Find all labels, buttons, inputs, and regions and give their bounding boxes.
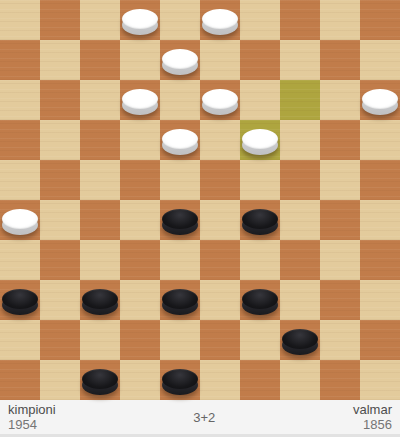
square-9-4[interactable] (160, 360, 200, 400)
square-5-6[interactable] (240, 200, 280, 240)
square-3-8[interactable] (320, 120, 360, 160)
board (0, 0, 400, 400)
square-2-0[interactable] (0, 80, 40, 120)
square-8-3[interactable] (120, 320, 160, 360)
white-man[interactable] (362, 89, 398, 109)
square-0-6[interactable] (240, 0, 280, 40)
square-6-0[interactable] (0, 240, 40, 280)
square-0-7[interactable] (280, 0, 320, 40)
footer-bar: kimpioni 1954 3+2 valmar 1856 (0, 400, 400, 437)
black-man[interactable] (242, 289, 278, 309)
square-4-9[interactable] (360, 160, 400, 200)
square-7-8[interactable] (320, 280, 360, 320)
square-2-6[interactable] (240, 80, 280, 120)
white-man[interactable] (202, 89, 238, 109)
square-1-5[interactable] (200, 40, 240, 80)
player-left-rating: 1954 (8, 417, 56, 432)
white-man[interactable] (122, 89, 158, 109)
square-7-0[interactable] (0, 280, 40, 320)
white-man[interactable] (122, 9, 158, 29)
square-3-2[interactable] (80, 120, 120, 160)
square-9-5[interactable] (200, 360, 240, 400)
square-7-2[interactable] (80, 280, 120, 320)
square-7-1[interactable] (40, 280, 80, 320)
square-9-7[interactable] (280, 360, 320, 400)
square-5-9[interactable] (360, 200, 400, 240)
square-5-0[interactable] (0, 200, 40, 240)
square-4-0[interactable] (0, 160, 40, 200)
white-man[interactable] (242, 129, 278, 149)
square-2-9[interactable] (360, 80, 400, 120)
player-right-name: valmar (353, 402, 392, 417)
square-8-5[interactable] (200, 320, 240, 360)
square-2-4[interactable] (160, 80, 200, 120)
black-man[interactable] (2, 289, 38, 309)
square-0-5[interactable] (200, 0, 240, 40)
square-1-7[interactable] (280, 40, 320, 80)
square-8-0[interactable] (0, 320, 40, 360)
square-4-6[interactable] (240, 160, 280, 200)
square-2-7[interactable] (280, 80, 320, 120)
square-8-1[interactable] (40, 320, 80, 360)
square-1-1[interactable] (40, 40, 80, 80)
square-3-7[interactable] (280, 120, 320, 160)
square-1-4[interactable] (160, 40, 200, 80)
square-5-2[interactable] (80, 200, 120, 240)
square-8-9[interactable] (360, 320, 400, 360)
square-4-8[interactable] (320, 160, 360, 200)
square-1-8[interactable] (320, 40, 360, 80)
square-7-3[interactable] (120, 280, 160, 320)
square-9-6[interactable] (240, 360, 280, 400)
square-5-7[interactable] (280, 200, 320, 240)
square-6-8[interactable] (320, 240, 360, 280)
square-7-9[interactable] (360, 280, 400, 320)
square-8-6[interactable] (240, 320, 280, 360)
white-man[interactable] (2, 209, 38, 229)
square-2-3[interactable] (120, 80, 160, 120)
square-6-1[interactable] (40, 240, 80, 280)
square-0-0[interactable] (0, 0, 40, 40)
square-2-2[interactable] (80, 80, 120, 120)
square-6-7[interactable] (280, 240, 320, 280)
square-2-5[interactable] (200, 80, 240, 120)
square-6-9[interactable] (360, 240, 400, 280)
square-0-3[interactable] (120, 0, 160, 40)
square-8-7[interactable] (280, 320, 320, 360)
square-9-8[interactable] (320, 360, 360, 400)
square-3-5[interactable] (200, 120, 240, 160)
square-3-3[interactable] (120, 120, 160, 160)
square-1-9[interactable] (360, 40, 400, 80)
square-1-0[interactable] (0, 40, 40, 80)
square-3-4[interactable] (160, 120, 200, 160)
player-right: valmar 1856 (353, 402, 392, 432)
square-9-2[interactable] (80, 360, 120, 400)
square-3-9[interactable] (360, 120, 400, 160)
square-5-1[interactable] (40, 200, 80, 240)
square-5-4[interactable] (160, 200, 200, 240)
square-5-3[interactable] (120, 200, 160, 240)
black-man[interactable] (82, 289, 118, 309)
white-man[interactable] (162, 129, 198, 149)
time-control: 3+2 (193, 410, 215, 425)
square-0-2[interactable] (80, 0, 120, 40)
square-6-2[interactable] (80, 240, 120, 280)
square-4-2[interactable] (80, 160, 120, 200)
black-man[interactable] (162, 289, 198, 309)
square-1-6[interactable] (240, 40, 280, 80)
square-0-4[interactable] (160, 0, 200, 40)
square-6-3[interactable] (120, 240, 160, 280)
player-left-name: kimpioni (8, 402, 56, 417)
square-5-8[interactable] (320, 200, 360, 240)
square-4-4[interactable] (160, 160, 200, 200)
square-9-3[interactable] (120, 360, 160, 400)
square-3-0[interactable] (0, 120, 40, 160)
square-4-7[interactable] (280, 160, 320, 200)
square-5-5[interactable] (200, 200, 240, 240)
black-man[interactable] (162, 209, 198, 229)
square-8-8[interactable] (320, 320, 360, 360)
square-3-6[interactable] (240, 120, 280, 160)
square-6-5[interactable] (200, 240, 240, 280)
square-6-6[interactable] (240, 240, 280, 280)
square-2-8[interactable] (320, 80, 360, 120)
square-0-1[interactable] (40, 0, 80, 40)
square-1-3[interactable] (120, 40, 160, 80)
square-1-2[interactable] (80, 40, 120, 80)
square-4-5[interactable] (200, 160, 240, 200)
black-man[interactable] (162, 369, 198, 389)
square-7-6[interactable] (240, 280, 280, 320)
square-0-9[interactable] (360, 0, 400, 40)
square-8-2[interactable] (80, 320, 120, 360)
white-man[interactable] (162, 49, 198, 69)
black-man[interactable] (282, 329, 318, 349)
square-4-3[interactable] (120, 160, 160, 200)
square-8-4[interactable] (160, 320, 200, 360)
square-7-7[interactable] (280, 280, 320, 320)
square-4-1[interactable] (40, 160, 80, 200)
white-man[interactable] (202, 9, 238, 29)
square-2-1[interactable] (40, 80, 80, 120)
square-9-0[interactable] (0, 360, 40, 400)
player-left: kimpioni 1954 (8, 402, 56, 432)
black-man[interactable] (82, 369, 118, 389)
square-6-4[interactable] (160, 240, 200, 280)
square-0-8[interactable] (320, 0, 360, 40)
player-right-rating: 1856 (353, 417, 392, 432)
square-7-5[interactable] (200, 280, 240, 320)
square-9-9[interactable] (360, 360, 400, 400)
square-7-4[interactable] (160, 280, 200, 320)
black-man[interactable] (242, 209, 278, 229)
square-3-1[interactable] (40, 120, 80, 160)
draughts-game-widget[interactable]: kimpioni 1954 3+2 valmar 1856 (0, 0, 400, 437)
square-9-1[interactable] (40, 360, 80, 400)
